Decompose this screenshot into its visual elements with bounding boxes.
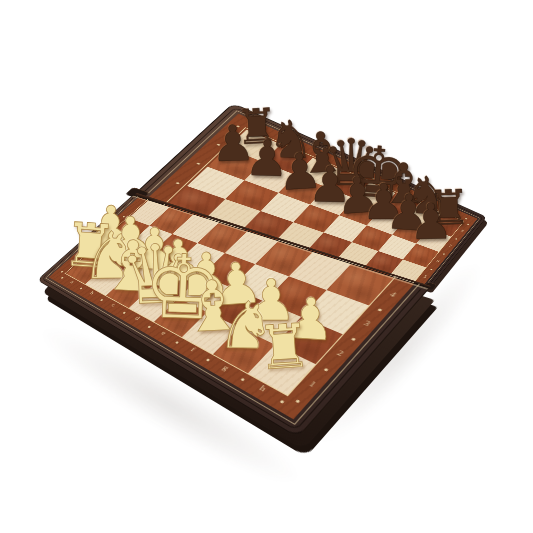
pieces-layer: ♜♞♝♛♚♝♞♜♟♟♟♟♟♟♟♟♟♟♟♟♟♟♟♟♜♞♝♛♚♝♞♜ [0, 0, 533, 533]
piece-black-pawn-h7[interactable]: ♟ [408, 198, 453, 248]
piece-white-rook-h1[interactable]: ♜ [255, 315, 313, 379]
chess-set-photo: 8765 abcdefgh4321 ♜♞♝♛♚♝♞♜♟♟♟♟♟♟♟♟♟♟♟♟♟♟… [0, 0, 533, 533]
